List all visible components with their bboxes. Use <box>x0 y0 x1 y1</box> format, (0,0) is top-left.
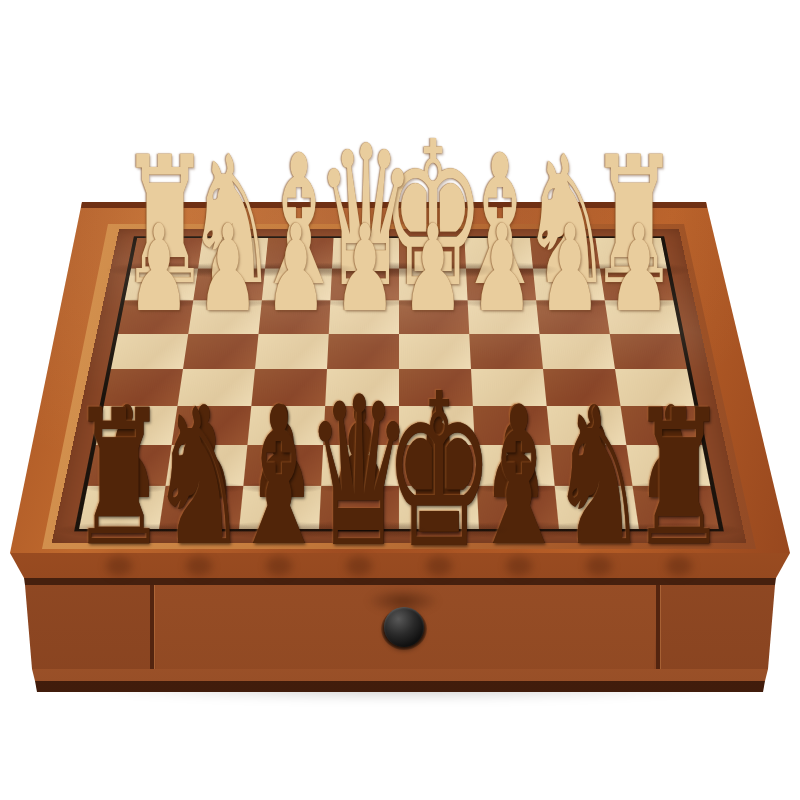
square <box>610 334 687 369</box>
square <box>255 334 329 369</box>
drawer-knob <box>384 607 424 647</box>
square <box>118 300 193 333</box>
square <box>131 238 203 268</box>
square <box>595 238 667 268</box>
square <box>468 300 540 333</box>
square <box>399 369 473 406</box>
square <box>251 369 327 406</box>
piece-reflection <box>426 556 452 576</box>
piece-reflection <box>186 556 212 576</box>
square <box>471 369 547 406</box>
square <box>399 445 477 486</box>
square <box>329 300 399 333</box>
square <box>159 486 243 529</box>
square <box>464 238 533 268</box>
drawer-groove-left <box>150 585 154 669</box>
square <box>632 486 718 529</box>
square <box>399 406 475 445</box>
square <box>188 300 262 333</box>
chess-set-photo: ♜♞♝♚♛♝♞♜♟♟♟♟♟♟♟♟♟♟♟♟♟♟♟♟♜♞♝♚♛♝♞♜ <box>0 0 800 800</box>
square <box>536 300 610 333</box>
square <box>399 300 469 333</box>
square <box>551 445 633 486</box>
square <box>177 369 255 406</box>
square <box>555 486 639 529</box>
square <box>399 269 468 301</box>
board-pinstripe <box>74 236 724 531</box>
square <box>88 445 172 486</box>
square <box>543 369 621 406</box>
square <box>79 486 165 529</box>
square <box>325 369 399 406</box>
square <box>104 369 183 406</box>
square <box>265 238 334 268</box>
board-surface <box>52 229 747 543</box>
square <box>96 406 178 445</box>
square <box>259 300 331 333</box>
piece-reflection <box>346 556 372 576</box>
square <box>539 334 615 369</box>
square <box>475 445 555 486</box>
square <box>621 406 703 445</box>
square <box>547 406 627 445</box>
square <box>615 369 694 406</box>
square <box>323 406 399 445</box>
square <box>626 445 710 486</box>
square <box>239 486 321 529</box>
square <box>262 269 332 301</box>
piece-reflection <box>506 556 532 576</box>
square <box>111 334 188 369</box>
chessboard-grid <box>79 238 719 529</box>
square <box>327 334 399 369</box>
square <box>605 300 680 333</box>
square <box>477 486 559 529</box>
piece-reflection <box>266 556 292 576</box>
piece-reflection <box>586 556 612 576</box>
piece-reflection <box>106 556 132 576</box>
square <box>473 406 551 445</box>
square <box>399 486 479 529</box>
square <box>166 445 248 486</box>
square <box>399 238 466 268</box>
square <box>330 269 399 301</box>
square <box>243 445 323 486</box>
square <box>466 269 536 301</box>
square <box>321 445 399 486</box>
square <box>198 238 268 268</box>
piece-reflection <box>666 556 692 576</box>
square <box>332 238 399 268</box>
board-margin <box>52 229 747 543</box>
square <box>172 406 252 445</box>
square <box>533 269 605 301</box>
square <box>530 238 600 268</box>
square <box>183 334 259 369</box>
square <box>600 269 673 301</box>
square <box>469 334 543 369</box>
square <box>247 406 325 445</box>
square <box>193 269 265 301</box>
drawer-groove-right <box>656 585 660 669</box>
square <box>399 334 471 369</box>
square <box>319 486 399 529</box>
square <box>125 269 198 301</box>
